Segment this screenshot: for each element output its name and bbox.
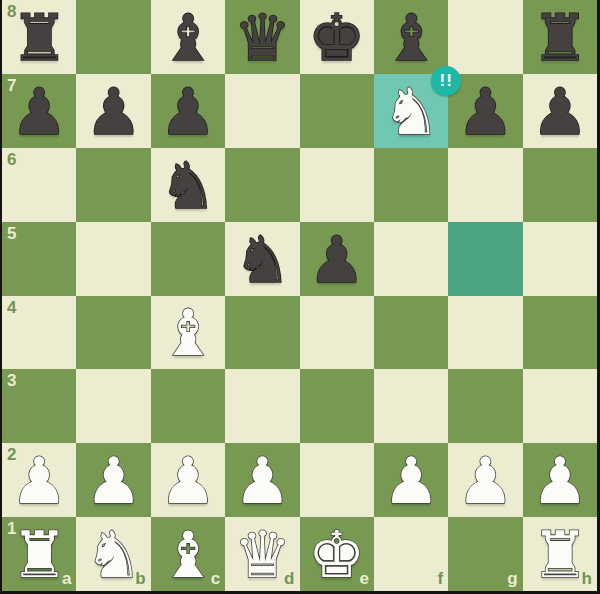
- white-pawn-icon[interactable]: ♟: [11, 449, 68, 513]
- black-king-icon[interactable]: ♚: [308, 6, 365, 70]
- square-b8[interactable]: [76, 0, 150, 74]
- square-g5[interactable]: [448, 222, 522, 296]
- square-d3[interactable]: [225, 369, 299, 443]
- square-b5[interactable]: [76, 222, 150, 296]
- black-queen-icon[interactable]: ♛: [234, 6, 291, 70]
- square-c5[interactable]: [151, 222, 225, 296]
- square-d2[interactable]: ♟: [225, 443, 299, 517]
- square-e4[interactable]: [300, 296, 374, 370]
- square-c7[interactable]: ♟: [151, 74, 225, 148]
- black-knight-icon[interactable]: ♞: [159, 154, 216, 218]
- square-h3[interactable]: [523, 369, 597, 443]
- square-g2[interactable]: ♟: [448, 443, 522, 517]
- black-pawn-icon[interactable]: ♟: [531, 80, 588, 144]
- square-c2[interactable]: ♟: [151, 443, 225, 517]
- square-a4[interactable]: 4: [2, 296, 76, 370]
- black-pawn-icon[interactable]: ♟: [159, 80, 216, 144]
- square-d7[interactable]: [225, 74, 299, 148]
- square-a3[interactable]: 3: [2, 369, 76, 443]
- square-e2[interactable]: [300, 443, 374, 517]
- square-d5[interactable]: ♞: [225, 222, 299, 296]
- square-c3[interactable]: [151, 369, 225, 443]
- black-knight-icon[interactable]: ♞: [234, 228, 291, 292]
- square-h6[interactable]: [523, 148, 597, 222]
- white-rook-icon[interactable]: ♜: [531, 523, 588, 587]
- square-h1[interactable]: h♜: [523, 517, 597, 591]
- black-bishop-icon[interactable]: ♝: [159, 6, 216, 70]
- white-pawn-icon[interactable]: ♟: [85, 449, 142, 513]
- white-queen-icon[interactable]: ♛: [234, 523, 291, 587]
- square-h2[interactable]: ♟: [523, 443, 597, 517]
- black-pawn-icon[interactable]: ♟: [457, 80, 514, 144]
- square-g8[interactable]: [448, 0, 522, 74]
- square-a2[interactable]: 2♟: [2, 443, 76, 517]
- white-pawn-icon[interactable]: ♟: [382, 449, 439, 513]
- square-f6[interactable]: [374, 148, 448, 222]
- white-pawn-icon[interactable]: ♟: [531, 449, 588, 513]
- square-c1[interactable]: c♝: [151, 517, 225, 591]
- square-f8[interactable]: ♝: [374, 0, 448, 74]
- white-bishop-icon[interactable]: ♝: [159, 301, 216, 365]
- square-b3[interactable]: [76, 369, 150, 443]
- square-e3[interactable]: [300, 369, 374, 443]
- square-d6[interactable]: [225, 148, 299, 222]
- square-d4[interactable]: [225, 296, 299, 370]
- file-label-g: g: [507, 570, 517, 587]
- rank-label-4: 4: [7, 299, 16, 316]
- rank-label-6: 6: [7, 151, 16, 168]
- square-b1[interactable]: b♞: [76, 517, 150, 591]
- black-rook-icon[interactable]: ♜: [11, 6, 68, 70]
- black-bishop-icon[interactable]: ♝: [382, 6, 439, 70]
- square-c8[interactable]: ♝: [151, 0, 225, 74]
- square-d1[interactable]: d♛: [225, 517, 299, 591]
- chess-board: 8♜♝♛♚♝♜7♟♟♟♞♟♟6♞5♞♟4♝32♟♟♟♟♟♟♟1a♜b♞c♝d♛e…: [2, 0, 597, 591]
- square-c6[interactable]: ♞: [151, 148, 225, 222]
- brilliant-move-badge: !!: [431, 66, 461, 96]
- square-h4[interactable]: [523, 296, 597, 370]
- square-a5[interactable]: 5: [2, 222, 76, 296]
- square-g4[interactable]: [448, 296, 522, 370]
- square-e1[interactable]: e♚: [300, 517, 374, 591]
- square-b4[interactable]: [76, 296, 150, 370]
- square-f4[interactable]: [374, 296, 448, 370]
- square-a1[interactable]: 1a♜: [2, 517, 76, 591]
- white-pawn-icon[interactable]: ♟: [457, 449, 514, 513]
- file-label-f: f: [438, 570, 444, 587]
- square-g6[interactable]: [448, 148, 522, 222]
- square-f3[interactable]: [374, 369, 448, 443]
- square-e7[interactable]: [300, 74, 374, 148]
- white-knight-icon[interactable]: ♞: [382, 80, 439, 144]
- square-d8[interactable]: ♛: [225, 0, 299, 74]
- square-b2[interactable]: ♟: [76, 443, 150, 517]
- square-f2[interactable]: ♟: [374, 443, 448, 517]
- white-king-icon[interactable]: ♚: [308, 523, 365, 587]
- square-b6[interactable]: [76, 148, 150, 222]
- square-f1[interactable]: f: [374, 517, 448, 591]
- white-bishop-icon[interactable]: ♝: [159, 523, 216, 587]
- square-h5[interactable]: [523, 222, 597, 296]
- square-c4[interactable]: ♝: [151, 296, 225, 370]
- square-g3[interactable]: [448, 369, 522, 443]
- square-e6[interactable]: [300, 148, 374, 222]
- square-f5[interactable]: [374, 222, 448, 296]
- square-b7[interactable]: ♟: [76, 74, 150, 148]
- square-g1[interactable]: g: [448, 517, 522, 591]
- square-a8[interactable]: 8♜: [2, 0, 76, 74]
- square-a7[interactable]: 7♟: [2, 74, 76, 148]
- square-h8[interactable]: ♜: [523, 0, 597, 74]
- white-pawn-icon[interactable]: ♟: [159, 449, 216, 513]
- rank-label-5: 5: [7, 225, 16, 242]
- black-pawn-icon[interactable]: ♟: [85, 80, 142, 144]
- square-e5[interactable]: ♟: [300, 222, 374, 296]
- rank-label-3: 3: [7, 372, 16, 389]
- black-pawn-icon[interactable]: ♟: [11, 80, 68, 144]
- white-rook-icon[interactable]: ♜: [11, 523, 68, 587]
- square-e8[interactable]: ♚: [300, 0, 374, 74]
- square-a6[interactable]: 6: [2, 148, 76, 222]
- white-pawn-icon[interactable]: ♟: [234, 449, 291, 513]
- black-pawn-icon[interactable]: ♟: [308, 228, 365, 292]
- white-knight-icon[interactable]: ♞: [85, 523, 142, 587]
- black-rook-icon[interactable]: ♜: [531, 6, 588, 70]
- square-h7[interactable]: ♟: [523, 74, 597, 148]
